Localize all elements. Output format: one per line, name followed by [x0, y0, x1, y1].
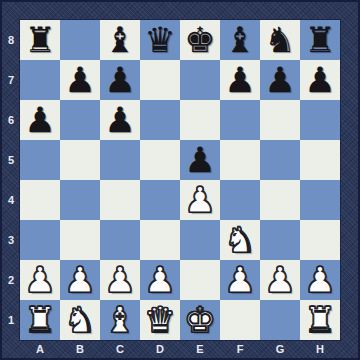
white-rook-a1[interactable]: ♜ [24, 303, 55, 338]
white-pawn-b2[interactable]: ♟ [64, 263, 95, 298]
square-g1[interactable] [260, 300, 300, 340]
square-c2[interactable]: ♟ [100, 260, 140, 300]
square-e4[interactable]: ♟ [180, 180, 220, 220]
square-c4[interactable] [100, 180, 140, 220]
square-d5[interactable] [140, 140, 180, 180]
square-f8[interactable]: ♝ [220, 20, 260, 60]
white-queen-d1[interactable]: ♛ [144, 303, 175, 338]
rank-label-8: 8 [2, 20, 20, 60]
square-d6[interactable] [140, 100, 180, 140]
rank-label-7: 7 [2, 60, 20, 100]
square-h6[interactable] [300, 100, 340, 140]
square-h4[interactable] [300, 180, 340, 220]
file-label-b: B [60, 341, 100, 358]
black-pawn-c6[interactable]: ♟ [104, 103, 135, 138]
square-h3[interactable] [300, 220, 340, 260]
black-bishop-c8[interactable]: ♝ [104, 23, 135, 58]
square-d3[interactable] [140, 220, 180, 260]
square-a3[interactable] [20, 220, 60, 260]
square-b1[interactable]: ♞ [60, 300, 100, 340]
black-pawn-h7[interactable]: ♟ [304, 63, 335, 98]
white-pawn-h2[interactable]: ♟ [304, 263, 335, 298]
square-e5[interactable]: ♟ [180, 140, 220, 180]
square-f3[interactable]: ♞ [220, 220, 260, 260]
square-d4[interactable] [140, 180, 180, 220]
square-h2[interactable]: ♟ [300, 260, 340, 300]
square-g3[interactable] [260, 220, 300, 260]
file-label-h: H [300, 341, 340, 358]
square-e2[interactable] [180, 260, 220, 300]
black-king-e8[interactable]: ♚ [184, 23, 215, 58]
square-b7[interactable]: ♟ [60, 60, 100, 100]
white-knight-f3[interactable]: ♞ [224, 223, 255, 258]
square-b4[interactable] [60, 180, 100, 220]
square-c8[interactable]: ♝ [100, 20, 140, 60]
white-rook-h1[interactable]: ♜ [304, 303, 335, 338]
square-a2[interactable]: ♟ [20, 260, 60, 300]
file-label-e: E [180, 341, 220, 358]
square-b2[interactable]: ♟ [60, 260, 100, 300]
white-pawn-g2[interactable]: ♟ [264, 263, 295, 298]
white-pawn-a2[interactable]: ♟ [24, 263, 55, 298]
white-pawn-c2[interactable]: ♟ [104, 263, 135, 298]
square-d8[interactable]: ♛ [140, 20, 180, 60]
black-bishop-f8[interactable]: ♝ [224, 23, 255, 58]
square-h5[interactable] [300, 140, 340, 180]
black-pawn-a6[interactable]: ♟ [24, 103, 55, 138]
square-g5[interactable] [260, 140, 300, 180]
white-bishop-c1[interactable]: ♝ [104, 303, 135, 338]
square-g6[interactable] [260, 100, 300, 140]
square-b6[interactable] [60, 100, 100, 140]
square-e1[interactable]: ♚ [180, 300, 220, 340]
file-label-d: D [140, 341, 180, 358]
square-g8[interactable]: ♞ [260, 20, 300, 60]
square-f6[interactable] [220, 100, 260, 140]
square-e7[interactable] [180, 60, 220, 100]
square-c6[interactable]: ♟ [100, 100, 140, 140]
square-d1[interactable]: ♛ [140, 300, 180, 340]
square-f1[interactable] [220, 300, 260, 340]
file-label-f: F [220, 341, 260, 358]
square-b5[interactable] [60, 140, 100, 180]
square-f4[interactable] [220, 180, 260, 220]
black-pawn-g7[interactable]: ♟ [264, 63, 295, 98]
chess-board: ♜♝♛♚♝♞♜♟♟♟♟♟♟♟♟♟♞♟♟♟♟♟♟♟♜♞♝♛♚♜ [20, 20, 340, 340]
square-g2[interactable]: ♟ [260, 260, 300, 300]
square-d7[interactable] [140, 60, 180, 100]
square-e3[interactable] [180, 220, 220, 260]
rank-labels: 8 7 6 5 4 3 2 1 [2, 20, 20, 340]
rank-label-2: 2 [2, 260, 20, 300]
square-a1[interactable]: ♜ [20, 300, 60, 340]
rank-label-3: 3 [2, 220, 20, 260]
square-b3[interactable] [60, 220, 100, 260]
square-e6[interactable] [180, 100, 220, 140]
rank-label-5: 5 [2, 140, 20, 180]
white-knight-b1[interactable]: ♞ [64, 303, 95, 338]
file-label-g: G [260, 341, 300, 358]
square-a5[interactable] [20, 140, 60, 180]
file-labels: A B C D E F G H [20, 341, 340, 358]
square-a8[interactable]: ♜ [20, 20, 60, 60]
square-e8[interactable]: ♚ [180, 20, 220, 60]
file-label-c: C [100, 341, 140, 358]
square-c5[interactable] [100, 140, 140, 180]
square-d2[interactable]: ♟ [140, 260, 180, 300]
black-queen-d8[interactable]: ♛ [144, 23, 175, 58]
square-c1[interactable]: ♝ [100, 300, 140, 340]
square-b8[interactable] [60, 20, 100, 60]
black-knight-g8[interactable]: ♞ [264, 23, 295, 58]
rank-label-1: 1 [2, 300, 20, 340]
board-frame: 8 7 6 5 4 3 2 1 ♜♝♛♚♝♞♜♟♟♟♟♟♟♟♟♟♞♟♟♟♟♟♟♟… [0, 0, 360, 360]
white-pawn-f2[interactable]: ♟ [224, 263, 255, 298]
black-pawn-f7[interactable]: ♟ [224, 63, 255, 98]
square-g7[interactable]: ♟ [260, 60, 300, 100]
white-king-e1[interactable]: ♚ [184, 303, 215, 338]
square-f2[interactable]: ♟ [220, 260, 260, 300]
square-h7[interactable]: ♟ [300, 60, 340, 100]
black-pawn-e5[interactable]: ♟ [184, 143, 215, 178]
square-a7[interactable] [20, 60, 60, 100]
black-rook-h8[interactable]: ♜ [304, 23, 335, 58]
square-h8[interactable]: ♜ [300, 20, 340, 60]
square-a4[interactable] [20, 180, 60, 220]
black-pawn-c7[interactable]: ♟ [104, 63, 135, 98]
rank-label-4: 4 [2, 180, 20, 220]
black-rook-a8[interactable]: ♜ [24, 23, 55, 58]
square-c3[interactable] [100, 220, 140, 260]
rank-label-6: 6 [2, 100, 20, 140]
square-g4[interactable] [260, 180, 300, 220]
black-pawn-b7[interactable]: ♟ [64, 63, 95, 98]
white-pawn-e4[interactable]: ♟ [184, 183, 215, 218]
square-f7[interactable]: ♟ [220, 60, 260, 100]
white-pawn-d2[interactable]: ♟ [144, 263, 175, 298]
square-h1[interactable]: ♜ [300, 300, 340, 340]
file-label-a: A [20, 341, 60, 358]
square-c7[interactable]: ♟ [100, 60, 140, 100]
square-a6[interactable]: ♟ [20, 100, 60, 140]
square-f5[interactable] [220, 140, 260, 180]
